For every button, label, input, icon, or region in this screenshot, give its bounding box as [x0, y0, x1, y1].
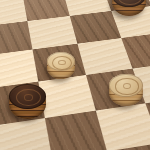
checker-piece-light[interactable]: [109, 74, 143, 106]
piece-center-dimple: [24, 94, 33, 101]
checker-piece-dark[interactable]: [112, 0, 146, 16]
checker-piece-dark[interactable]: [9, 84, 46, 119]
checker-piece-light[interactable]: [47, 52, 75, 79]
board-square-light[interactable]: [96, 103, 150, 150]
board-square-light[interactable]: [38, 75, 95, 118]
photo-layer: [0, 0, 150, 150]
checkers-board-photo: [0, 0, 150, 150]
piece-center-dimple: [58, 60, 65, 66]
